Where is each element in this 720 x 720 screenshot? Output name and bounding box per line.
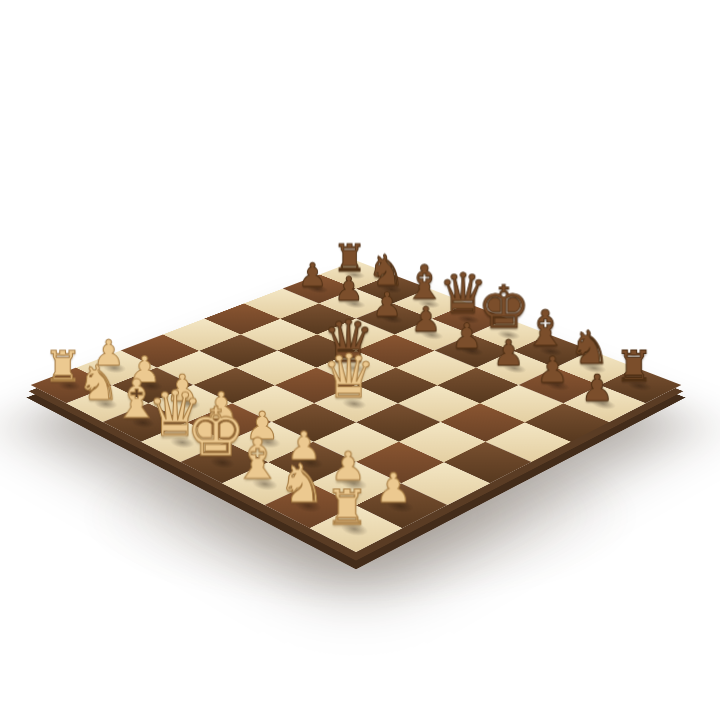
chess-board: ♜♞♝♛♚♝♞♜♟♟♟♟♟♟♟♟♛♛♟♟♟♟♟♟♟♟♜♞♝♛♚♝♞♜: [31, 261, 682, 552]
piece-black-pawn: ♟: [536, 352, 568, 388]
piece-white-bishop: ♝: [233, 431, 284, 487]
piece-black-bishop: ♝: [524, 304, 568, 353]
piece-black-pawn: ♟: [298, 259, 327, 292]
piece-black-pawn: ♟: [334, 273, 364, 306]
piece-black-knight: ♞: [568, 324, 610, 370]
piece-white-rook: ♜: [326, 484, 369, 532]
piece-white-pawn: ♟: [375, 469, 411, 510]
piece-black-pawn: ♟: [581, 370, 614, 407]
square-e6: [396, 351, 476, 385]
piece-black-pawn: ♟: [493, 335, 525, 370]
piece-black-pawn: ♟: [451, 319, 482, 354]
piece-black-pawn: ♟: [372, 288, 402, 322]
piece-black-rook: ♜: [615, 346, 653, 388]
piece-black-king: ♚: [477, 278, 530, 337]
photo-scene: ♜♞♝♛♚♝♞♜♟♟♟♟♟♟♟♟♛♛♟♟♟♟♟♟♟♟♜♞♝♛♚♝♞♜: [126, 155, 586, 615]
piece-white-knight: ♞: [278, 456, 326, 509]
piece-black-pawn: ♟: [411, 303, 442, 337]
product-photo-page: { "game": "chess", "scene": { "type": "o…: [0, 0, 720, 720]
piece-white-queen: ♛: [321, 346, 375, 406]
